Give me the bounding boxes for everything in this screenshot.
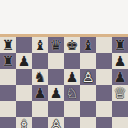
square-b3[interactable]: ♗ [16, 117, 32, 128]
square-h8[interactable]: ♜ [112, 37, 128, 53]
square-e4[interactable] [64, 101, 80, 117]
square-f8[interactable]: ♝ [80, 37, 96, 53]
black-pawn[interactable]: ♟ [48, 85, 64, 101]
square-e5[interactable]: ♘ [64, 85, 80, 101]
black-rook[interactable]: ♜ [0, 53, 16, 69]
square-h4[interactable] [112, 101, 128, 117]
square-e3[interactable] [64, 117, 80, 128]
square-d5[interactable]: ♟ [48, 85, 64, 101]
black-queen[interactable]: ♛ [48, 37, 64, 53]
black-rook[interactable]: ♜ [0, 37, 16, 53]
square-c8[interactable]: ♝ [32, 37, 48, 53]
black-pawn[interactable]: ♟ [64, 69, 80, 85]
square-g8[interactable] [96, 37, 112, 53]
square-h6[interactable]: ♟ [112, 69, 128, 85]
square-e8[interactable]: ♚ [64, 37, 80, 53]
square-c4[interactable] [32, 101, 48, 117]
square-a7[interactable]: ♜ [0, 53, 16, 69]
square-a5[interactable] [0, 85, 16, 101]
black-bishop[interactable]: ♝ [32, 37, 48, 53]
square-d8[interactable]: ♛ [48, 37, 64, 53]
square-d7[interactable] [48, 53, 64, 69]
black-rook[interactable]: ♜ [112, 37, 128, 53]
square-g5[interactable] [96, 85, 112, 101]
square-b8[interactable] [16, 37, 32, 53]
square-d3[interactable]: ♙ [48, 117, 64, 128]
square-f5[interactable] [80, 85, 96, 101]
black-knight[interactable]: ♞ [32, 69, 48, 85]
square-b6[interactable] [16, 69, 32, 85]
square-b4[interactable] [16, 101, 32, 117]
white-pawn[interactable]: ♙ [80, 69, 96, 85]
square-d4[interactable] [48, 101, 64, 117]
square-h3[interactable] [112, 117, 128, 128]
white-knight[interactable]: ♘ [64, 85, 80, 101]
square-c7[interactable] [32, 53, 48, 69]
black-pawn[interactable]: ♟ [112, 69, 128, 85]
square-c5[interactable]: ♟ [32, 85, 48, 101]
square-a4[interactable] [0, 101, 16, 117]
square-e6[interactable]: ♟ [64, 69, 80, 85]
square-d6[interactable] [48, 69, 64, 85]
square-c6[interactable]: ♞ [32, 69, 48, 85]
white-bishop[interactable]: ♗ [16, 117, 32, 128]
white-pawn[interactable]: ♙ [48, 117, 64, 128]
square-a6[interactable] [0, 69, 16, 85]
square-e7[interactable] [64, 53, 80, 69]
square-a3[interactable] [0, 117, 16, 128]
square-h7[interactable]: ♟ [112, 53, 128, 69]
square-h5[interactable]: ♕ [112, 85, 128, 101]
black-pawn[interactable]: ♟ [112, 53, 128, 69]
black-pawn[interactable]: ♟ [32, 85, 48, 101]
square-g6[interactable] [96, 69, 112, 85]
square-c3[interactable] [32, 117, 48, 128]
square-f6[interactable]: ♙ [80, 69, 96, 85]
black-pawn[interactable]: ♟ [16, 53, 32, 69]
white-queen[interactable]: ♕ [112, 85, 128, 101]
square-f4[interactable] [80, 101, 96, 117]
square-g3[interactable] [96, 117, 112, 128]
square-g7[interactable] [96, 53, 112, 69]
square-b7[interactable]: ♟ [16, 53, 32, 69]
square-f7[interactable] [80, 53, 96, 69]
black-bishop[interactable]: ♝ [80, 37, 96, 53]
square-a8[interactable]: ♜ [0, 37, 16, 53]
square-f3[interactable] [80, 117, 96, 128]
square-b5[interactable] [16, 85, 32, 101]
black-king[interactable]: ♚ [64, 37, 80, 53]
chess-board: ♜♝♛♚♝♜♜♟♟♞♟♙♟♟♟♘♕♗♙ [0, 37, 128, 128]
square-g4[interactable] [96, 101, 112, 117]
